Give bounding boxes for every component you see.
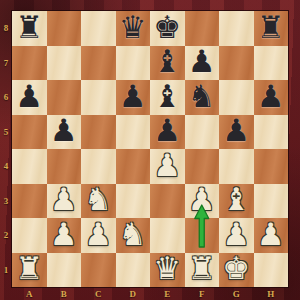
square-c6[interactable] <box>81 80 116 115</box>
white-queen[interactable]: ♛ <box>153 253 181 284</box>
square-b3[interactable]: ♟ <box>47 184 82 219</box>
square-h4[interactable] <box>254 149 289 184</box>
square-c8[interactable] <box>81 11 116 46</box>
white-pawn[interactable]: ♟ <box>222 219 250 250</box>
square-a6[interactable]: ♟ <box>12 80 47 115</box>
square-e7[interactable]: ♝ <box>150 46 185 81</box>
white-knight[interactable]: ♞ <box>84 184 112 215</box>
square-e5[interactable]: ♟ <box>150 115 185 150</box>
square-g7[interactable] <box>219 46 254 81</box>
square-g8[interactable] <box>219 11 254 46</box>
rank-label-5: 5 <box>0 115 12 150</box>
square-d6[interactable]: ♟ <box>116 80 151 115</box>
square-h1[interactable] <box>254 253 289 288</box>
square-a5[interactable] <box>12 115 47 150</box>
rank-label-7: 7 <box>0 46 12 81</box>
rank-label-1: 1 <box>0 253 12 288</box>
black-king[interactable]: ♚ <box>153 12 181 43</box>
square-a7[interactable] <box>12 46 47 81</box>
black-knight[interactable]: ♞ <box>188 81 216 112</box>
square-f3[interactable]: ♟ <box>185 184 220 219</box>
square-b5[interactable]: ♟ <box>47 115 82 150</box>
square-b8[interactable] <box>47 11 82 46</box>
square-f7[interactable]: ♟ <box>185 46 220 81</box>
chessboard-widget: ♜♛♚♜♝♟♟♟♝♞♟♟♟♟♟♟♞♟♝♟♟♞♟♟♜♛♜♚ 87654321 AB… <box>0 0 300 300</box>
black-bishop[interactable]: ♝ <box>153 81 181 112</box>
square-c1[interactable] <box>81 253 116 288</box>
black-rook[interactable]: ♜ <box>257 12 285 43</box>
white-pawn[interactable]: ♟ <box>84 219 112 250</box>
square-e6[interactable]: ♝ <box>150 80 185 115</box>
white-pawn[interactable]: ♟ <box>257 219 285 250</box>
square-b7[interactable] <box>47 46 82 81</box>
square-g5[interactable]: ♟ <box>219 115 254 150</box>
square-a4[interactable] <box>12 149 47 184</box>
square-b1[interactable] <box>47 253 82 288</box>
square-c5[interactable] <box>81 115 116 150</box>
file-label-f: F <box>185 287 220 300</box>
square-h5[interactable] <box>254 115 289 150</box>
square-c3[interactable]: ♞ <box>81 184 116 219</box>
square-d3[interactable] <box>116 184 151 219</box>
square-b2[interactable]: ♟ <box>47 218 82 253</box>
square-d4[interactable] <box>116 149 151 184</box>
square-e8[interactable]: ♚ <box>150 11 185 46</box>
square-g3[interactable]: ♝ <box>219 184 254 219</box>
square-h8[interactable]: ♜ <box>254 11 289 46</box>
square-f5[interactable] <box>185 115 220 150</box>
square-g2[interactable]: ♟ <box>219 218 254 253</box>
file-label-g: G <box>219 287 254 300</box>
square-b4[interactable] <box>47 149 82 184</box>
square-g6[interactable] <box>219 80 254 115</box>
square-h2[interactable]: ♟ <box>254 218 289 253</box>
black-pawn[interactable]: ♟ <box>119 81 147 112</box>
black-rook[interactable]: ♜ <box>15 12 43 43</box>
rank-label-3: 3 <box>0 184 12 219</box>
white-king[interactable]: ♚ <box>222 253 250 284</box>
square-e2[interactable] <box>150 218 185 253</box>
square-h3[interactable] <box>254 184 289 219</box>
rank-label-4: 4 <box>0 149 12 184</box>
file-label-c: C <box>81 287 116 300</box>
rank-label-6: 6 <box>0 80 12 115</box>
square-a3[interactable] <box>12 184 47 219</box>
file-label-h: H <box>254 287 289 300</box>
white-pawn[interactable]: ♟ <box>50 184 78 215</box>
square-b6[interactable] <box>47 80 82 115</box>
white-pawn[interactable]: ♟ <box>50 219 78 250</box>
black-queen[interactable]: ♛ <box>119 12 147 43</box>
square-g4[interactable] <box>219 149 254 184</box>
file-label-d: D <box>116 287 151 300</box>
board: ♜♛♚♜♝♟♟♟♝♞♟♟♟♟♟♟♞♟♝♟♟♞♟♟♜♛♜♚ <box>12 11 288 287</box>
white-knight[interactable]: ♞ <box>119 219 147 250</box>
black-pawn[interactable]: ♟ <box>222 115 250 146</box>
square-f4[interactable] <box>185 149 220 184</box>
square-d5[interactable] <box>116 115 151 150</box>
square-c2[interactable]: ♟ <box>81 218 116 253</box>
square-c4[interactable] <box>81 149 116 184</box>
file-label-a: A <box>12 287 47 300</box>
rank-labels: 87654321 <box>0 11 12 287</box>
file-label-b: B <box>47 287 82 300</box>
square-f2[interactable] <box>185 218 220 253</box>
square-a1[interactable]: ♜ <box>12 253 47 288</box>
square-d1[interactable] <box>116 253 151 288</box>
square-f1[interactable]: ♜ <box>185 253 220 288</box>
square-f8[interactable] <box>185 11 220 46</box>
square-a2[interactable] <box>12 218 47 253</box>
white-rook[interactable]: ♜ <box>15 253 43 284</box>
square-d2[interactable]: ♞ <box>116 218 151 253</box>
square-e1[interactable]: ♛ <box>150 253 185 288</box>
file-label-e: E <box>150 287 185 300</box>
white-rook[interactable]: ♜ <box>188 253 216 284</box>
square-h6[interactable]: ♟ <box>254 80 289 115</box>
square-g1[interactable]: ♚ <box>219 253 254 288</box>
black-pawn[interactable]: ♟ <box>15 81 43 112</box>
black-bishop[interactable]: ♝ <box>153 46 181 77</box>
square-c7[interactable] <box>81 46 116 81</box>
white-pawn[interactable]: ♟ <box>188 184 216 215</box>
white-pawn[interactable]: ♟ <box>153 150 181 181</box>
square-d8[interactable]: ♛ <box>116 11 151 46</box>
black-pawn[interactable]: ♟ <box>153 115 181 146</box>
rank-label-2: 2 <box>0 218 12 253</box>
black-pawn[interactable]: ♟ <box>188 46 216 77</box>
rank-label-8: 8 <box>0 11 12 46</box>
white-bishop[interactable]: ♝ <box>222 184 250 215</box>
file-labels: ABCDEFGH <box>12 287 288 300</box>
black-pawn[interactable]: ♟ <box>50 115 78 146</box>
black-pawn[interactable]: ♟ <box>257 81 285 112</box>
square-d7[interactable] <box>116 46 151 81</box>
square-e3[interactable] <box>150 184 185 219</box>
square-e4[interactable]: ♟ <box>150 149 185 184</box>
square-f6[interactable]: ♞ <box>185 80 220 115</box>
square-a8[interactable]: ♜ <box>12 11 47 46</box>
square-h7[interactable] <box>254 46 289 81</box>
